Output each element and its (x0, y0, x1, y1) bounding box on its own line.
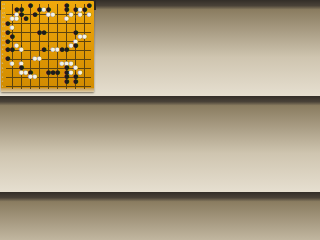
intersection[interactable]: ● (64, 80, 69, 84)
intersection[interactable]: ● (87, 4, 92, 8)
star-point (48, 18, 49, 19)
intersection[interactable]: ● (28, 4, 33, 8)
row-label: 10 (2, 45, 5, 47)
intersection[interactable]: ● (24, 17, 29, 21)
row-label: 12 (2, 36, 5, 38)
intersection[interactable]: ● (33, 12, 38, 16)
intersection[interactable]: ● (73, 44, 78, 48)
white-stone[interactable]: ● (87, 12, 92, 18)
white-stone[interactable]: ● (78, 70, 83, 76)
row-label: 8 (3, 54, 4, 56)
white-stone[interactable]: ● (64, 16, 69, 22)
intersection[interactable]: ● (42, 48, 47, 52)
intersection[interactable]: ● (73, 80, 78, 84)
intersection[interactable]: ● (42, 30, 47, 34)
row-label: 9 (3, 49, 4, 51)
intersection[interactable]: ● (10, 35, 15, 39)
black-stone[interactable]: ● (55, 70, 60, 76)
row-label: 5 (3, 68, 4, 70)
row-label: 18 (2, 8, 5, 10)
intersection[interactable]: ● (33, 75, 38, 79)
black-stone[interactable]: ● (28, 3, 33, 9)
black-stone[interactable]: ● (42, 48, 47, 54)
intersection[interactable]: ● (10, 48, 15, 52)
intersection[interactable] (87, 84, 92, 88)
intersection[interactable]: ● (37, 57, 42, 61)
black-stone[interactable]: ● (73, 79, 78, 85)
intersection[interactable]: ● (64, 17, 69, 21)
row-label: 13 (2, 31, 5, 33)
intersection[interactable]: ● (15, 17, 20, 21)
intersection[interactable]: ● (6, 39, 11, 43)
row-label: 14 (2, 27, 5, 29)
black-stone[interactable]: ● (10, 48, 15, 54)
black-stone[interactable]: ● (87, 3, 92, 9)
intersection[interactable]: ● (10, 26, 15, 30)
row-label: 4 (3, 72, 4, 74)
intersection[interactable]: ● (19, 48, 24, 52)
row-label: 17 (2, 13, 5, 15)
black-stone[interactable]: ● (64, 48, 69, 54)
white-stone[interactable]: ● (37, 56, 42, 62)
intersection[interactable]: ● (82, 35, 87, 39)
row-label: 2 (3, 81, 4, 83)
row-label: 19 (2, 4, 5, 6)
go-grid: ●●●●●●●●●●●●●●●●●●●●●●●●●●●●●●●●●●●●●●●●… (6, 4, 92, 89)
star-point (48, 45, 49, 46)
black-stone[interactable]: ● (5, 39, 10, 45)
black-stone[interactable]: ● (73, 43, 78, 49)
white-stone[interactable]: ● (78, 12, 83, 18)
black-stone[interactable]: ● (10, 34, 15, 40)
black-stone[interactable]: ● (23, 16, 28, 22)
row-label: 15 (2, 22, 5, 24)
row-label: 3 (3, 77, 4, 79)
row-label: 7 (3, 59, 4, 61)
intersection[interactable]: ● (69, 12, 74, 16)
row-label: 6 (3, 63, 4, 65)
white-stone[interactable]: ● (10, 61, 15, 67)
row-label: 11 (2, 40, 5, 42)
board-frame-bottom (1, 88, 94, 92)
intersection[interactable]: ● (87, 12, 92, 16)
intersection[interactable]: ● (10, 62, 15, 66)
white-stone[interactable]: ● (69, 12, 74, 18)
intersection[interactable]: ● (78, 12, 83, 16)
intersection[interactable]: ● (55, 71, 60, 75)
intersection[interactable]: ● (51, 12, 56, 16)
white-stone[interactable]: ● (51, 12, 56, 18)
white-stone[interactable]: ● (14, 16, 19, 22)
black-stone[interactable]: ● (64, 79, 69, 85)
white-stone[interactable]: ● (10, 25, 15, 31)
star-point (21, 18, 22, 19)
row-label: 1 (3, 86, 4, 88)
row-label: 16 (2, 17, 5, 19)
star-point (75, 18, 76, 19)
intersection[interactable]: ● (64, 48, 69, 52)
black-stone[interactable]: ● (42, 30, 47, 36)
row-coordinate-labels: 19181716151413121110987654321 (1, 4, 6, 89)
black-stone[interactable]: ● (32, 12, 37, 18)
intersection[interactable]: ● (78, 71, 83, 75)
white-stone[interactable]: ● (19, 48, 24, 54)
white-stone[interactable]: ● (32, 74, 37, 80)
white-stone[interactable]: ● (82, 34, 87, 40)
go-board: 19181716151413121110987654321 ●●●●●●●●●●… (1, 1, 94, 92)
